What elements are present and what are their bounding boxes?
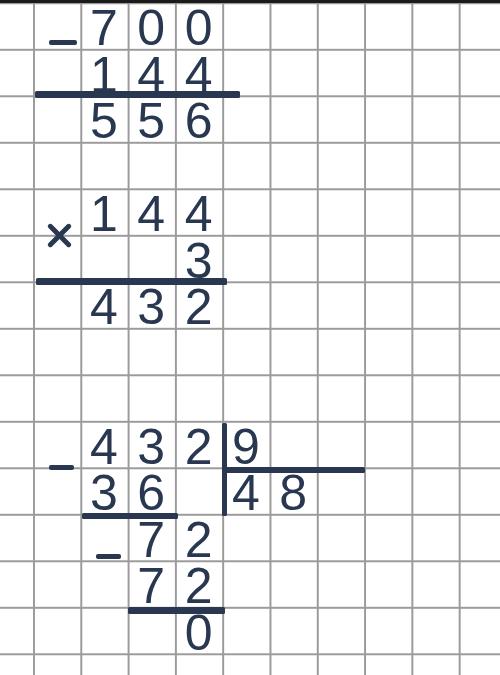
worksheet-stage: 70014455614434324329364872720 — [0, 0, 500, 675]
digit-cell-r11c3: 6 — [128, 467, 175, 514]
digit-cell-r6c4: 3 — [175, 235, 222, 282]
digit-cell-r10c3: 3 — [128, 421, 175, 468]
division-line-under-36 — [82, 513, 178, 519]
division-bracket-horizontal — [222, 467, 365, 473]
digit-cell-r10c2: 4 — [80, 421, 127, 468]
digit-cell-r10c5: 9 — [222, 421, 269, 468]
digit-cell-r1c3: 0 — [128, 2, 175, 49]
digit-cell-r3c3: 5 — [128, 95, 175, 142]
digit-cell-r1c2: 7 — [80, 2, 127, 49]
digit-cell-r7c2: 4 — [80, 281, 127, 328]
top-border-line — [0, 0, 500, 3]
division-line-under-72 — [128, 607, 225, 614]
division-step1-minus-sign — [49, 465, 74, 470]
digit-cell-r3c4: 6 — [175, 95, 222, 142]
digit-cell-r2c2: 1 — [80, 49, 127, 96]
subtraction-result-line — [35, 91, 240, 98]
squared-paper-grid — [0, 0, 500, 675]
multiplication-times-sign — [45, 221, 73, 249]
digit-cell-r11c2: 3 — [80, 467, 127, 514]
digit-cell-r5c4: 4 — [175, 188, 222, 235]
digit-cell-r12c3: 7 — [128, 514, 175, 561]
digit-cell-r1c4: 0 — [175, 2, 222, 49]
digit-cell-r3c2: 5 — [80, 95, 127, 142]
multiplication-result-line — [36, 278, 227, 285]
digit-cell-r10c4: 2 — [175, 421, 222, 468]
digit-cell-r11c5: 4 — [222, 467, 269, 514]
digit-cell-r13c3: 7 — [128, 560, 175, 607]
digit-cell-r2c4: 4 — [175, 49, 222, 96]
digit-cell-r12c4: 2 — [175, 514, 222, 561]
digit-cell-r5c2: 1 — [80, 188, 127, 235]
division-step2-minus-sign — [96, 554, 121, 559]
digit-cell-r7c3: 3 — [128, 281, 175, 328]
subtraction-minus-sign — [49, 40, 77, 46]
digit-cell-r2c3: 4 — [128, 49, 175, 96]
digit-cell-r5c3: 4 — [128, 188, 175, 235]
digit-cell-r11c6: 8 — [270, 467, 317, 514]
digit-cell-r7c4: 2 — [175, 281, 222, 328]
digit-cell-r13c4: 2 — [175, 560, 222, 607]
